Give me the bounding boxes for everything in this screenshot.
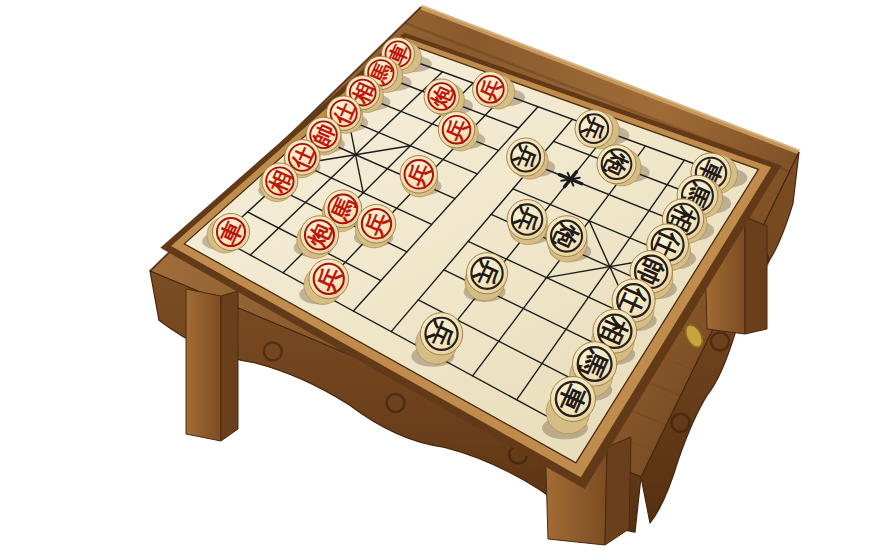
table-scene-svg: 車馬兵相炮仕兵兵帥仕兵炮車兵相馬馬相兵兵車炮炮仕帥兵兵仕相兵馬車 xyxy=(0,0,880,560)
table-leg-front-side xyxy=(605,437,631,545)
table-leg-left-front xyxy=(186,289,221,441)
xiangqi-table-scene: 車馬兵相炮仕兵兵帥仕兵炮車兵相馬馬相兵兵車炮炮仕帥兵兵仕相兵馬車 xyxy=(0,0,880,560)
table-leg-left-side xyxy=(221,291,238,441)
table-leg-right-side xyxy=(745,217,767,334)
